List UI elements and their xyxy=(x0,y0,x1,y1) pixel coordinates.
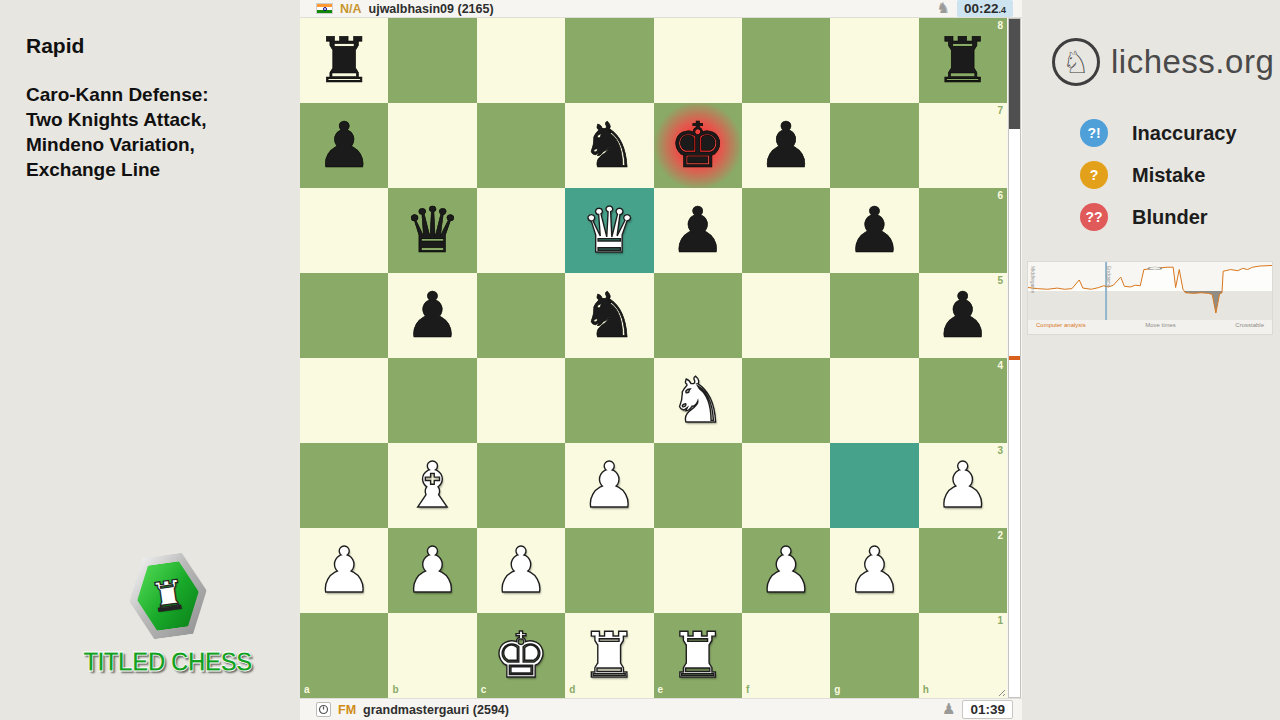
white-bishop-b3: ♝ xyxy=(404,454,460,517)
clock-tenths: .4 xyxy=(998,5,1006,15)
advantage-graph[interactable]: MiddlegameEndgame Computer analysis Move… xyxy=(1028,262,1272,334)
provisional-rating: N/A xyxy=(340,2,362,16)
square-h7[interactable]: 7 xyxy=(919,103,1007,188)
top-player-clock: 00:22.4 xyxy=(957,0,1013,17)
judgment-legend: ?! Inaccuracy ? Mistake ?? Blunder xyxy=(1080,119,1237,231)
opening-line: Caro-Kann Defense: xyxy=(26,82,209,107)
blunder-icon: ?? xyxy=(1080,203,1108,231)
square-c1[interactable]: ♚c xyxy=(477,613,565,698)
black-king-e7: ♚ xyxy=(669,114,725,177)
knight-material-icon: ♞ xyxy=(937,1,950,16)
titled-chess-wordmark: TITLED CHESS xyxy=(64,647,271,678)
square-f4[interactable] xyxy=(742,358,830,443)
pawn-material-icon: ♟ xyxy=(942,702,955,717)
square-f6[interactable] xyxy=(742,188,830,273)
square-a4[interactable] xyxy=(300,358,388,443)
time-control-label: Rapid xyxy=(26,34,84,58)
square-g3[interactable] xyxy=(830,443,918,528)
black-pawn-f7: ♟ xyxy=(758,114,814,177)
square-b7[interactable] xyxy=(388,103,476,188)
square-b6[interactable]: ♛ xyxy=(388,188,476,273)
black-rook-a8: ♜ xyxy=(316,29,372,92)
square-e8[interactable] xyxy=(654,18,742,103)
black-knight-d7: ♞ xyxy=(581,114,637,177)
square-a2[interactable]: ♟ xyxy=(300,528,388,613)
file-label-f: f xyxy=(746,685,749,695)
square-a1[interactable]: a xyxy=(300,613,388,698)
lichess-site-name: lichess.org xyxy=(1111,43,1274,81)
square-d6[interactable]: ♛ xyxy=(565,188,653,273)
rank-label-1: 1 xyxy=(997,616,1003,626)
board-resize-handle[interactable] xyxy=(996,687,1005,696)
tab-computer-analysis[interactable]: Computer analysis xyxy=(1036,322,1086,328)
opening-line: Exchange Line xyxy=(26,157,209,182)
india-flag-icon xyxy=(316,3,333,14)
square-c4[interactable] xyxy=(477,358,565,443)
square-h8[interactable]: ♜8 xyxy=(919,18,1007,103)
file-label-d: d xyxy=(569,685,575,695)
square-b8[interactable] xyxy=(388,18,476,103)
white-king-c1: ♚ xyxy=(493,624,549,687)
file-label-e: e xyxy=(658,685,664,695)
square-h5[interactable]: ♟5 xyxy=(919,273,1007,358)
square-f8[interactable] xyxy=(742,18,830,103)
square-h4[interactable]: 4 xyxy=(919,358,1007,443)
square-f3[interactable] xyxy=(742,443,830,528)
square-b3[interactable]: ♝ xyxy=(388,443,476,528)
file-label-h: h xyxy=(923,685,929,695)
square-d7[interactable]: ♞ xyxy=(565,103,653,188)
square-c3[interactable] xyxy=(477,443,565,528)
square-f1[interactable]: f xyxy=(742,613,830,698)
white-pawn-c2: ♟ xyxy=(493,539,549,602)
legend-row-blunder: ?? Blunder xyxy=(1080,203,1237,231)
opening-line: Mindeno Variation, xyxy=(26,132,209,157)
advantage-graph-plot[interactable]: MiddlegameEndgame xyxy=(1028,262,1272,320)
file-label-b: b xyxy=(392,685,398,695)
bottom-player-clock: 01:39 xyxy=(962,700,1013,719)
black-pawn-g6: ♟ xyxy=(846,199,902,262)
hexagon-badge: ♜ xyxy=(123,550,212,642)
bottom-player-name[interactable]: grandmastergauri (2594) xyxy=(363,703,509,717)
chess-board: ♜♜8♟♞♚♟7♛♛♟♟6♟♞♟5♞4♝♟♟3♟♟♟♟♟2ab♚c♜d♜efgh… xyxy=(300,18,1007,698)
opening-name: Caro-Kann Defense: Two Knights Attack, M… xyxy=(26,82,209,182)
player-title-badge: FM xyxy=(338,703,356,717)
white-pawn-f2: ♟ xyxy=(758,539,814,602)
white-rook-e1: ♜ xyxy=(669,624,725,687)
mistake-icon: ? xyxy=(1080,161,1108,189)
square-e4[interactable]: ♞ xyxy=(654,358,742,443)
square-h1[interactable]: h1 xyxy=(919,613,1007,698)
square-b5[interactable]: ♟ xyxy=(388,273,476,358)
graph-phase-label: Endgame xyxy=(1106,266,1112,287)
eval-bar xyxy=(1008,18,1021,698)
square-e6[interactable]: ♟ xyxy=(654,188,742,273)
black-rook-h8: ♜ xyxy=(935,29,991,92)
square-a5[interactable] xyxy=(300,273,388,358)
square-g1[interactable]: g xyxy=(830,613,918,698)
white-pawn-a2: ♟ xyxy=(316,539,372,602)
white-pawn-h3: ♟ xyxy=(935,454,991,517)
inaccuracy-icon: ?! xyxy=(1080,119,1108,147)
mistake-label: Mistake xyxy=(1132,164,1205,187)
white-pawn-g2: ♟ xyxy=(846,539,902,602)
rank-label-5: 5 xyxy=(997,276,1003,286)
square-h6[interactable]: 6 xyxy=(919,188,1007,273)
blunder-label: Blunder xyxy=(1132,206,1208,229)
tab-move-times[interactable]: Move times xyxy=(1145,322,1176,328)
square-g2[interactable]: ♟ xyxy=(830,528,918,613)
square-g7[interactable] xyxy=(830,103,918,188)
square-a3[interactable] xyxy=(300,443,388,528)
legend-row-mistake: ? Mistake xyxy=(1080,161,1237,189)
square-f5[interactable] xyxy=(742,273,830,358)
opening-line: Two Knights Attack, xyxy=(26,107,209,132)
square-h3[interactable]: ♟3 xyxy=(919,443,1007,528)
black-pawn-b5: ♟ xyxy=(404,284,460,347)
bottom-player-bar: FM grandmastergauri (2594) ♟ 01:39 xyxy=(300,698,1022,720)
square-a8[interactable]: ♜ xyxy=(300,18,388,103)
inaccuracy-label: Inaccuracy xyxy=(1132,122,1237,145)
square-d4[interactable] xyxy=(565,358,653,443)
square-c7[interactable] xyxy=(477,103,565,188)
bottom-player-rating: (2594) xyxy=(473,703,509,717)
clock-icon xyxy=(316,702,331,717)
file-label-g: g xyxy=(834,685,840,695)
rook-icon: ♜ xyxy=(147,574,188,619)
square-e5[interactable] xyxy=(654,273,742,358)
black-pawn-a7: ♟ xyxy=(316,114,372,177)
square-c6[interactable] xyxy=(477,188,565,273)
square-e7[interactable]: ♚ xyxy=(654,103,742,188)
square-g5[interactable] xyxy=(830,273,918,358)
graph-phase-label: Middlegame xyxy=(1030,266,1036,293)
white-knight-e4: ♞ xyxy=(669,369,725,432)
screenshot-root: Rapid Caro-Kann Defense: Two Knights Att… xyxy=(0,0,1280,720)
black-pawn-h5: ♟ xyxy=(935,284,991,347)
eval-bar-black-segment xyxy=(1009,19,1020,129)
file-label-a: a xyxy=(304,685,310,695)
square-a7[interactable]: ♟ xyxy=(300,103,388,188)
white-queen-d6: ♛ xyxy=(581,199,637,262)
white-pawn-b2: ♟ xyxy=(404,539,460,602)
black-knight-d5: ♞ xyxy=(581,284,637,347)
square-d1[interactable]: ♜d xyxy=(565,613,653,698)
legend-row-inaccuracy: ?! Inaccuracy xyxy=(1080,119,1237,147)
square-b2[interactable]: ♟ xyxy=(388,528,476,613)
square-d8[interactable] xyxy=(565,18,653,103)
eval-bar-zero-marker xyxy=(1009,356,1020,360)
square-d3[interactable]: ♟ xyxy=(565,443,653,528)
square-d5[interactable]: ♞ xyxy=(565,273,653,358)
rank-label-2: 2 xyxy=(997,531,1003,541)
rank-label-8: 8 xyxy=(997,21,1003,31)
game-area: N/A ujwalbhasin09 (2165) ♞ 00:22.4 ♜♜8♟♞… xyxy=(300,0,1022,720)
square-b4[interactable] xyxy=(388,358,476,443)
square-c2[interactable]: ♟ xyxy=(477,528,565,613)
square-a6[interactable] xyxy=(300,188,388,273)
top-player-bar: N/A ujwalbhasin09 (2165) ♞ 00:22.4 xyxy=(300,0,1022,18)
tab-crosstable[interactable]: Crosstable xyxy=(1235,322,1264,328)
square-h2[interactable]: 2 xyxy=(919,528,1007,613)
square-e3[interactable] xyxy=(654,443,742,528)
file-label-c: c xyxy=(481,685,487,695)
square-f7[interactable]: ♟ xyxy=(742,103,830,188)
white-pawn-d3: ♟ xyxy=(581,454,637,517)
white-rook-d1: ♜ xyxy=(581,624,637,687)
square-e2[interactable] xyxy=(654,528,742,613)
square-e1[interactable]: ♜e xyxy=(654,613,742,698)
rank-label-7: 7 xyxy=(997,106,1003,116)
titled-chess-logo: ♜ TITLED CHESS xyxy=(55,555,280,678)
square-g8[interactable] xyxy=(830,18,918,103)
top-player-name[interactable]: ujwalbhasin09 (2165) xyxy=(369,2,494,16)
square-b1[interactable]: b xyxy=(388,613,476,698)
square-d2[interactable] xyxy=(565,528,653,613)
rank-label-3: 3 xyxy=(997,446,1003,456)
square-c5[interactable] xyxy=(477,273,565,358)
square-g4[interactable] xyxy=(830,358,918,443)
square-f2[interactable]: ♟ xyxy=(742,528,830,613)
lichess-logo[interactable]: ♘ lichess.org xyxy=(1052,38,1274,86)
rank-label-6: 6 xyxy=(997,191,1003,201)
square-g6[interactable]: ♟ xyxy=(830,188,918,273)
lichess-knight-icon: ♘ xyxy=(1052,38,1100,86)
black-queen-b6: ♛ xyxy=(404,199,460,262)
top-player-rating: (2165) xyxy=(457,2,493,16)
black-pawn-e6: ♟ xyxy=(669,199,725,262)
graph-tabs: Computer analysis Move times Crosstable xyxy=(1028,320,1272,328)
square-c8[interactable] xyxy=(477,18,565,103)
rank-label-4: 4 xyxy=(997,361,1003,371)
